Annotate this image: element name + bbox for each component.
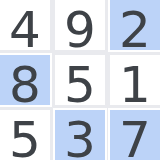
sudoku-cell-r3c1[interactable]: 5 [0,110,50,160]
sudoku-cell-r1c3[interactable]: 2 [110,0,160,50]
sudoku-cell-r2c2[interactable]: 5 [55,55,105,105]
sudoku-cell-r2c1[interactable]: 8 [0,55,50,105]
sudoku-cell-r1c2[interactable]: 9 [55,0,105,50]
sudoku-cell-r1c1[interactable]: 4 [0,0,50,50]
sudoku-cell-r3c3[interactable]: 7 [110,110,160,160]
sudoku-board: 4 9 2 8 5 1 5 3 7 [0,0,160,160]
sudoku-cell-r2c3[interactable]: 1 [110,55,160,105]
sudoku-cell-r3c2[interactable]: 3 [55,110,105,160]
